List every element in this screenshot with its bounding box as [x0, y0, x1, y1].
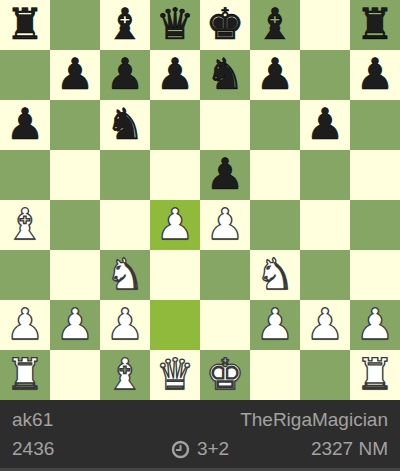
- clock-icon: [171, 440, 190, 459]
- square-h5[interactable]: [350, 150, 400, 200]
- square-e6[interactable]: [200, 100, 250, 150]
- piece-black-pawn[interactable]: ♟: [206, 149, 245, 199]
- piece-black-knight[interactable]: ♞: [206, 49, 245, 99]
- square-e4[interactable]: ♟: [200, 200, 250, 250]
- right-player-name: TheRigaMagician: [240, 407, 388, 433]
- square-b2[interactable]: ♟: [50, 300, 100, 350]
- square-b5[interactable]: [50, 150, 100, 200]
- square-d5[interactable]: [150, 150, 200, 200]
- square-c5[interactable]: [100, 150, 150, 200]
- piece-black-king[interactable]: ♚: [206, 0, 245, 49]
- square-d7[interactable]: ♟: [150, 50, 200, 100]
- game-footer: ak61 TheRigaMagician 2436 3+2 2327 NM: [0, 400, 400, 471]
- square-h3[interactable]: [350, 250, 400, 300]
- piece-white-pawn[interactable]: ♟: [6, 299, 45, 349]
- square-c2[interactable]: ♟: [100, 300, 150, 350]
- square-g1[interactable]: [300, 350, 350, 400]
- square-f5[interactable]: [250, 150, 300, 200]
- piece-black-rook[interactable]: ♜: [6, 0, 45, 49]
- piece-white-queen[interactable]: ♛: [156, 349, 195, 399]
- square-g4[interactable]: [300, 200, 350, 250]
- square-a2[interactable]: ♟: [0, 300, 50, 350]
- square-g7[interactable]: [300, 50, 350, 100]
- square-d1[interactable]: ♛: [150, 350, 200, 400]
- square-e8[interactable]: ♚: [200, 0, 250, 50]
- square-c4[interactable]: [100, 200, 150, 250]
- square-e3[interactable]: [200, 250, 250, 300]
- square-f4[interactable]: [250, 200, 300, 250]
- piece-white-rook[interactable]: ♜: [6, 349, 45, 399]
- piece-white-bishop[interactable]: ♝: [6, 199, 45, 249]
- right-player-rating: 2327 NM: [311, 436, 388, 462]
- square-b1[interactable]: [50, 350, 100, 400]
- square-b8[interactable]: [50, 0, 100, 50]
- piece-white-king[interactable]: ♚: [206, 349, 245, 399]
- square-g8[interactable]: [300, 0, 350, 50]
- square-d4[interactable]: ♟: [150, 200, 200, 250]
- square-f3[interactable]: ♞: [250, 250, 300, 300]
- square-h6[interactable]: [350, 100, 400, 150]
- ratings-row: 2436 3+2 2327 NM: [12, 436, 388, 462]
- square-a1[interactable]: ♜: [0, 350, 50, 400]
- piece-black-bishop[interactable]: ♝: [106, 0, 145, 49]
- square-a3[interactable]: [0, 250, 50, 300]
- piece-white-pawn[interactable]: ♟: [56, 299, 95, 349]
- square-f8[interactable]: ♝: [250, 0, 300, 50]
- square-c3[interactable]: ♞: [100, 250, 150, 300]
- square-a4[interactable]: ♝: [0, 200, 50, 250]
- left-player-name: ak61: [12, 407, 53, 433]
- square-a8[interactable]: ♜: [0, 0, 50, 50]
- square-b6[interactable]: [50, 100, 100, 150]
- square-f7[interactable]: ♟: [250, 50, 300, 100]
- piece-black-pawn[interactable]: ♟: [256, 49, 295, 99]
- piece-white-knight[interactable]: ♞: [106, 249, 145, 299]
- square-f2[interactable]: ♟: [250, 300, 300, 350]
- square-d8[interactable]: ♛: [150, 0, 200, 50]
- square-b4[interactable]: [50, 200, 100, 250]
- square-e7[interactable]: ♞: [200, 50, 250, 100]
- piece-black-pawn[interactable]: ♟: [156, 49, 195, 99]
- square-f1[interactable]: [250, 350, 300, 400]
- square-a5[interactable]: [0, 150, 50, 200]
- player-names-row: ak61 TheRigaMagician: [12, 407, 388, 433]
- square-e5[interactable]: ♟: [200, 150, 250, 200]
- piece-black-knight[interactable]: ♞: [106, 99, 145, 149]
- square-h8[interactable]: ♜: [350, 0, 400, 50]
- piece-black-rook[interactable]: ♜: [356, 0, 395, 49]
- piece-black-pawn[interactable]: ♟: [106, 49, 145, 99]
- piece-white-pawn[interactable]: ♟: [256, 299, 295, 349]
- piece-black-pawn[interactable]: ♟: [56, 49, 95, 99]
- piece-black-bishop[interactable]: ♝: [256, 0, 295, 49]
- piece-white-rook[interactable]: ♜: [356, 349, 395, 399]
- square-d2[interactable]: [150, 300, 200, 350]
- square-g3[interactable]: [300, 250, 350, 300]
- piece-white-pawn[interactable]: ♟: [206, 199, 245, 249]
- piece-white-pawn[interactable]: ♟: [156, 199, 195, 249]
- piece-black-pawn[interactable]: ♟: [306, 99, 345, 149]
- square-h2[interactable]: ♟: [350, 300, 400, 350]
- square-b3[interactable]: [50, 250, 100, 300]
- piece-black-pawn[interactable]: ♟: [6, 99, 45, 149]
- square-g6[interactable]: ♟: [300, 100, 350, 150]
- square-a6[interactable]: ♟: [0, 100, 50, 150]
- piece-white-pawn[interactable]: ♟: [106, 299, 145, 349]
- left-player-rating: 2436: [12, 436, 54, 462]
- square-e2[interactable]: [200, 300, 250, 350]
- piece-white-pawn[interactable]: ♟: [356, 299, 395, 349]
- piece-white-knight[interactable]: ♞: [256, 249, 295, 299]
- square-g5[interactable]: [300, 150, 350, 200]
- square-h4[interactable]: [350, 200, 400, 250]
- chess-board[interactable]: ♜♝♛♚♝♜♟♟♟♞♟♟♟♞♟♟♝♟♟♞♞♟♟♟♟♟♟♜♝♛♚♜: [0, 0, 400, 400]
- square-h1[interactable]: ♜: [350, 350, 400, 400]
- square-a7[interactable]: [0, 50, 50, 100]
- square-d6[interactable]: [150, 100, 200, 150]
- time-control-label: 3+2: [197, 436, 229, 462]
- square-c6[interactable]: ♞: [100, 100, 150, 150]
- square-e1[interactable]: ♚: [200, 350, 250, 400]
- square-c7[interactable]: ♟: [100, 50, 150, 100]
- square-f6[interactable]: [250, 100, 300, 150]
- square-c8[interactable]: ♝: [100, 0, 150, 50]
- square-h7[interactable]: ♟: [350, 50, 400, 100]
- piece-white-bishop[interactable]: ♝: [106, 349, 145, 399]
- piece-black-pawn[interactable]: ♟: [356, 49, 395, 99]
- square-b7[interactable]: ♟: [50, 50, 100, 100]
- square-d3[interactable]: [150, 250, 200, 300]
- piece-black-queen[interactable]: ♛: [156, 0, 195, 49]
- time-control: 3+2: [171, 436, 229, 462]
- square-g2[interactable]: ♟: [300, 300, 350, 350]
- square-c1[interactable]: ♝: [100, 350, 150, 400]
- piece-white-pawn[interactable]: ♟: [306, 299, 345, 349]
